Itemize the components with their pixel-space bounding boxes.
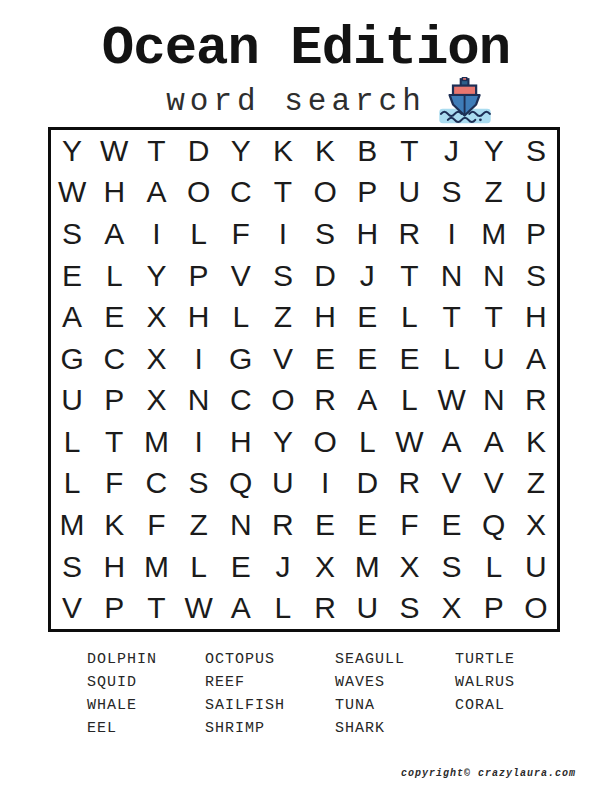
grid-cell[interactable]: F [135,504,177,546]
grid-cell[interactable]: A [93,213,135,255]
grid-cell[interactable]: M [135,421,177,463]
grid-cell[interactable]: R [304,379,346,421]
grid-cell[interactable]: F [220,213,262,255]
grid-cell[interactable]: T [135,587,177,629]
grid-cell[interactable]: X [388,546,430,588]
word-list: DOLPHINSQUIDWHALEEEL OCTOPUSREEFSAILFISH… [0,648,612,748]
grid-cell[interactable]: E [388,338,430,380]
grid-cell[interactable]: K [93,504,135,546]
word-list-item: TURTLE [455,648,515,671]
grid-cell[interactable]: P [178,255,220,297]
grid-cell[interactable]: H [304,296,346,338]
grid-cell[interactable]: L [346,421,388,463]
grid-cell[interactable]: H [178,296,220,338]
grid-cell[interactable]: M [473,213,515,255]
grid-cell[interactable]: S [304,213,346,255]
grid-cell[interactable]: D [346,463,388,505]
grid-cell[interactable]: E [346,504,388,546]
page-subtitle: word search [166,84,426,119]
grid-cell[interactable]: F [388,504,430,546]
grid-cell[interactable]: T [388,130,430,172]
word-list-column: SEAGULLWAVESTUNASHARK [335,648,405,740]
grid-cell[interactable]: X [135,379,177,421]
grid-cell[interactable]: H [93,546,135,588]
grid-cell[interactable]: W [93,130,135,172]
grid-cell[interactable]: P [515,213,557,255]
grid-cell[interactable]: L [178,213,220,255]
word-list-item: OCTOPUS [205,648,285,671]
grid-cell[interactable]: L [388,296,430,338]
grid-cell[interactable]: I [262,213,304,255]
grid-cell[interactable]: A [431,421,473,463]
grid-cell[interactable]: L [473,546,515,588]
subtitle-row: word search [48,78,612,124]
grid-cell[interactable]: W [431,379,473,421]
word-search-grid: YWTDYKKBTJYSWHAOCTOPUSZUSAILFISHRIMPELYP… [48,127,560,632]
grid-cell[interactable]: L [388,379,430,421]
grid-cell[interactable]: A [346,379,388,421]
grid-cell[interactable]: T [93,421,135,463]
grid-cell[interactable]: D [304,255,346,297]
grid-cell[interactable]: V [51,587,93,629]
grid-cell[interactable]: L [93,255,135,297]
grid-cell[interactable]: E [304,504,346,546]
grid-cell[interactable]: Z [515,463,557,505]
grid-cell[interactable]: Y [262,421,304,463]
grid-cell[interactable]: Y [473,130,515,172]
grid-cell[interactable]: E [346,296,388,338]
grid-cell[interactable]: A [515,338,557,380]
grid-cell[interactable]: S [178,463,220,505]
grid-cell[interactable]: L [178,546,220,588]
word-list-item: TUNA [335,694,405,717]
grid-cell[interactable]: T [473,296,515,338]
grid-cell[interactable]: Q [473,504,515,546]
grid-cell[interactable]: P [346,172,388,214]
grid-cell[interactable]: T [135,130,177,172]
grid-cell[interactable]: Y [135,255,177,297]
grid-cell[interactable]: H [220,421,262,463]
grid-cell[interactable]: S [388,587,430,629]
grid-cell[interactable]: C [220,379,262,421]
copyright-text: copyright© crazylaura.com [401,768,576,779]
grid-cell[interactable]: I [178,338,220,380]
grid-cell[interactable]: R [388,463,430,505]
grid-cell[interactable]: V [473,463,515,505]
grid-cell[interactable]: U [515,546,557,588]
grid-cell[interactable]: U [473,338,515,380]
grid-cell[interactable]: S [51,546,93,588]
grid-cell[interactable]: T [388,255,430,297]
grid-cell[interactable]: P [93,379,135,421]
grid-cell[interactable]: R [304,587,346,629]
grid-cell[interactable]: O [515,587,557,629]
word-list-item: WALRUS [455,671,515,694]
grid-cell[interactable]: L [220,296,262,338]
word-list-item: SHARK [335,717,405,740]
grid-cell[interactable]: I [431,213,473,255]
grid-cell[interactable]: C [93,338,135,380]
grid-cell[interactable]: X [304,546,346,588]
grid-cell[interactable]: F [93,463,135,505]
grid-cell[interactable]: A [220,587,262,629]
grid-cell[interactable]: E [431,504,473,546]
grid-cell[interactable]: R [388,213,430,255]
grid-cell[interactable]: O [178,172,220,214]
grid-cell[interactable]: M [135,546,177,588]
grid-cell[interactable]: I [178,421,220,463]
grid-cell[interactable]: S [515,130,557,172]
word-search-page: Ocean Edition word search YWTDYKKBTJYSWH… [0,0,612,792]
grid-cell[interactable]: T [431,296,473,338]
grid-cell[interactable]: G [51,338,93,380]
grid-cell[interactable]: N [431,255,473,297]
grid-cell[interactable]: J [262,546,304,588]
grid-cell[interactable]: H [515,296,557,338]
grid-cell[interactable]: U [515,172,557,214]
grid-cell[interactable]: S [262,255,304,297]
grid-cell[interactable]: W [51,172,93,214]
ship-icon [436,77,494,125]
grid-cell[interactable]: W [178,587,220,629]
word-list-item: SEAGULL [335,648,405,671]
grid-cell[interactable]: S [431,546,473,588]
grid-cell[interactable]: O [262,379,304,421]
grid-cell[interactable]: X [135,296,177,338]
word-list-item: SAILFISH [205,694,285,717]
grid-cell[interactable]: E [304,338,346,380]
grid-cell[interactable]: T [262,172,304,214]
grid-cell[interactable]: M [346,546,388,588]
word-list-column: TURTLEWALRUSCORAL [455,648,515,717]
grid-cell[interactable]: E [220,546,262,588]
word-list-item: EEL [87,717,157,740]
page-title: Ocean Edition [0,0,612,76]
grid-cell[interactable]: S [431,172,473,214]
grid-cell[interactable]: L [262,587,304,629]
grid-cell[interactable]: M [51,504,93,546]
grid-cell[interactable]: X [515,504,557,546]
grid-cell[interactable]: H [93,172,135,214]
word-list-column: DOLPHINSQUIDWHALEEEL [87,648,157,740]
grid-cell[interactable]: A [473,421,515,463]
grid-cell[interactable]: U [51,379,93,421]
grid-cell[interactable]: H [346,213,388,255]
grid-cell[interactable]: R [515,379,557,421]
grid-cell[interactable]: J [346,255,388,297]
grid-cell[interactable]: L [431,338,473,380]
grid-cell[interactable]: G [220,338,262,380]
grid-cell[interactable]: J [431,130,473,172]
grid-cell[interactable]: V [431,463,473,505]
word-list-item: SQUID [87,671,157,694]
grid-cell[interactable]: K [515,421,557,463]
grid-cell[interactable]: N [178,379,220,421]
grid-cell[interactable]: Y [51,130,93,172]
grid-cell[interactable]: S [515,255,557,297]
grid-cell[interactable]: N [473,255,515,297]
grid-cell[interactable]: U [262,463,304,505]
grid-cell[interactable]: N [220,504,262,546]
grid-cell[interactable]: I [135,213,177,255]
grid-cell[interactable]: E [51,255,93,297]
grid-cell[interactable]: K [304,130,346,172]
grid-cell[interactable]: L [51,421,93,463]
grid-cell[interactable]: Q [220,463,262,505]
word-list-item: WHALE [87,694,157,717]
grid-cell[interactable]: U [346,587,388,629]
grid-cell[interactable]: X [431,587,473,629]
grid-cell[interactable]: C [135,463,177,505]
grid-cell[interactable]: A [135,172,177,214]
grid-cell[interactable]: Z [262,296,304,338]
grid-cell[interactable]: B [346,130,388,172]
word-list-item: WAVES [335,671,405,694]
word-list-column: OCTOPUSREEFSAILFISHSHRIMP [205,648,285,740]
grid-cell[interactable]: Y [220,130,262,172]
word-list-item: CORAL [455,694,515,717]
word-list-item: DOLPHIN [87,648,157,671]
grid-cell[interactable]: N [473,379,515,421]
grid-cell[interactable]: P [93,587,135,629]
grid-cell[interactable]: D [178,130,220,172]
grid-cell[interactable]: C [220,172,262,214]
grid-cell[interactable]: U [388,172,430,214]
grid-cell[interactable]: E [346,338,388,380]
word-list-item: REEF [205,671,285,694]
grid-cell[interactable]: V [220,255,262,297]
grid-cell[interactable]: O [304,421,346,463]
grid-cell[interactable]: E [93,296,135,338]
grid-cell[interactable]: I [304,463,346,505]
grid-cell[interactable]: P [473,587,515,629]
grid-cell[interactable]: Z [473,172,515,214]
grid-cell[interactable]: X [135,338,177,380]
grid-cell[interactable]: R [262,504,304,546]
grid-cell[interactable]: Z [178,504,220,546]
grid-cell[interactable]: S [51,213,93,255]
grid-cell[interactable]: W [388,421,430,463]
grid-cell[interactable]: V [262,338,304,380]
grid-cell[interactable]: K [262,130,304,172]
grid-cell[interactable]: A [51,296,93,338]
word-list-item: SHRIMP [205,717,285,740]
grid-cell[interactable]: O [304,172,346,214]
grid-cell[interactable]: L [51,463,93,505]
